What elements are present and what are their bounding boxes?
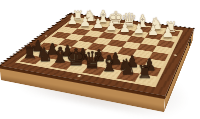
chess-set-photo: ♜♞♝♚♛♝♞♜♟♟♟♟♟♟♟♟♟♟♟♟♟♟♟♟♜♞♝♚♛♝♞♜	[0, 0, 200, 119]
square-g6	[51, 44, 72, 52]
square-f6	[65, 47, 86, 56]
square-b6	[127, 56, 148, 66]
chess-set	[0, 13, 194, 96]
square-f8	[50, 60, 73, 70]
square-d5	[102, 45, 122, 53]
square-b5	[132, 49, 152, 58]
square-h8	[20, 55, 43, 65]
square-c7	[105, 60, 127, 70]
square-d7	[89, 58, 111, 68]
square-f7	[58, 53, 80, 62]
square-c6	[111, 53, 132, 62]
square-b8	[116, 70, 139, 81]
square-e8	[66, 62, 89, 72]
square-h7	[29, 48, 51, 57]
square-e6	[80, 49, 101, 58]
square-e7	[73, 55, 95, 65]
square-c5	[117, 47, 137, 56]
square-a8	[134, 73, 157, 85]
square-a4	[152, 46, 171, 55]
square-c8	[99, 68, 122, 79]
square-d6	[96, 51, 117, 60]
square-g7	[43, 51, 65, 60]
square-a5	[148, 52, 168, 61]
square-a6	[144, 58, 165, 68]
square-a7	[139, 66, 161, 77]
square-b7	[122, 63, 144, 73]
square-d8	[82, 65, 105, 76]
square-g8	[35, 57, 58, 67]
